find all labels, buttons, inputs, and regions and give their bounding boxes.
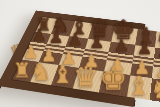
piece-black-pawn[interactable]: ♟ — [68, 32, 83, 49]
piece-white-knight[interactable]: ♞ — [30, 60, 52, 84]
board-squares: ♜♞♝♛♚♝♞♜♟♟♟♟♟♟♟♟♟♟♟♟♟♟♟♟♜♞♝♛♚♝♞♜ — [13, 17, 135, 96]
piece-white-knight[interactable]: ♞ — [151, 77, 160, 102]
piece-white-rook[interactable]: ♜ — [13, 61, 31, 82]
piece-white-king[interactable]: ♚ — [99, 64, 127, 95]
piece-black-pawn[interactable]: ♟ — [32, 27, 47, 43]
piece-white-bishop[interactable]: ♝ — [51, 62, 74, 87]
piece-black-pawn[interactable]: ♟ — [157, 43, 160, 60]
piece-black-pawn[interactable]: ♟ — [89, 34, 104, 51]
piece-white-queen[interactable]: ♛ — [73, 62, 99, 91]
square-e1[interactable]: ♚ — [99, 72, 131, 97]
chess-board: ♜♞♝♛♚♝♞♜♟♟♟♟♟♟♟♟♟♟♟♟♟♟♟♟♜♞♝♛♚♝♞♜ — [0, 11, 145, 107]
piece-black-pawn[interactable]: ♟ — [113, 37, 128, 54]
square-f1[interactable]: ♝ — [127, 75, 153, 100]
piece-black-pawn[interactable]: ♟ — [136, 40, 151, 57]
piece-black-pawn[interactable]: ♟ — [49, 29, 64, 46]
square-g1[interactable]: ♞ — [150, 78, 160, 103]
piece-white-bishop[interactable]: ♝ — [127, 73, 150, 99]
board-frame: ♜♞♝♛♚♝♞♜♟♟♟♟♟♟♟♟♟♟♟♟♟♟♟♟♜♞♝♛♚♝♞♜ — [0, 11, 145, 107]
photo-background: ♛ ♛ ♜♞♝♛♚♝♞♜♟♟♟♟♟♟♟♟♟♟♟♟♟♟♟♟♜♞♝♛♚♝♞♜ — [0, 0, 160, 107]
